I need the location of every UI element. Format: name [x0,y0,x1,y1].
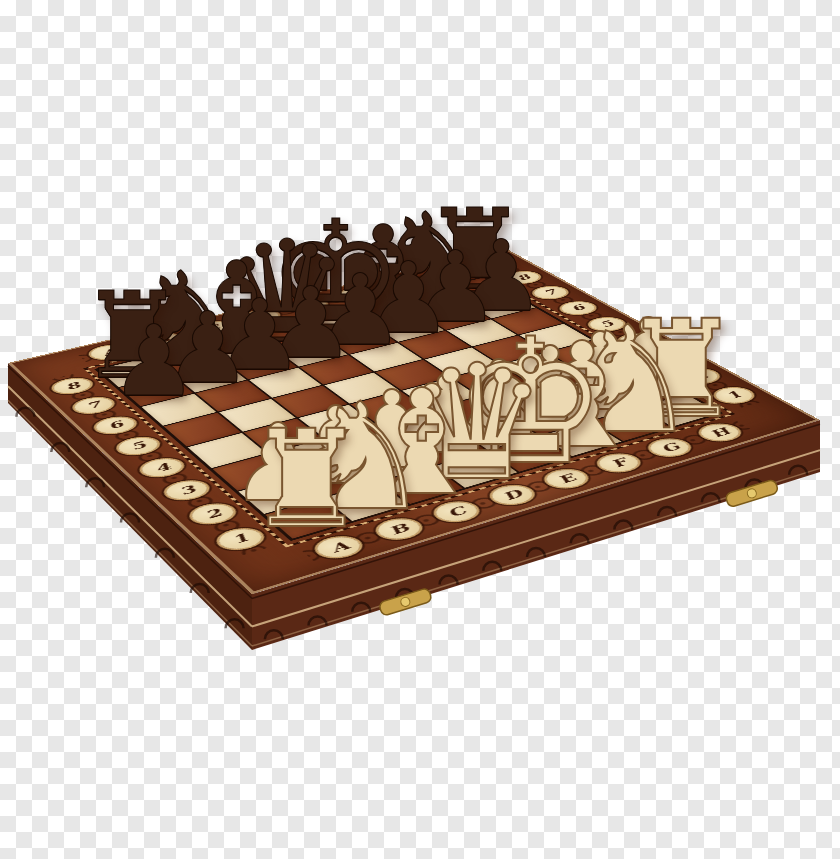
product-photo-stage: AA88BB77CC66DD55EE44FF33GG22HH11 ♜♞♝♛♚♝♞… [0,0,840,859]
piece-white-rook-a1[interactable]: ♜ [246,412,367,547]
piece-dark-pawn-a7[interactable]: ♟ [110,312,198,410]
